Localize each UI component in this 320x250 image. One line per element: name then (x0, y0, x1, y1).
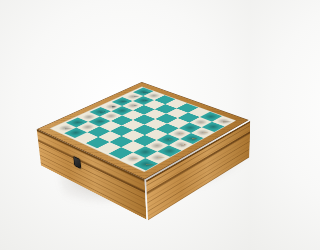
king-shape (187, 118, 196, 139)
bishop-shape (117, 83, 127, 102)
photo-stage (0, 0, 250, 250)
rook-shape (216, 109, 229, 121)
rook-shape (58, 116, 71, 128)
chess-box (37, 82, 249, 180)
bishop-shape (163, 129, 174, 151)
queen-shape (96, 96, 104, 112)
bishop-shape (83, 97, 93, 117)
latch-clasp (73, 156, 81, 169)
rook-shape (138, 151, 153, 165)
knight-shape (70, 101, 84, 122)
rook-shape (137, 81, 149, 92)
king-shape (107, 87, 115, 106)
perspective-scene (0, 0, 250, 250)
queen-shape (176, 128, 185, 145)
square-e4 (144, 119, 167, 129)
product-photo: { "game": "chess", "scene_description": … (0, 0, 250, 250)
